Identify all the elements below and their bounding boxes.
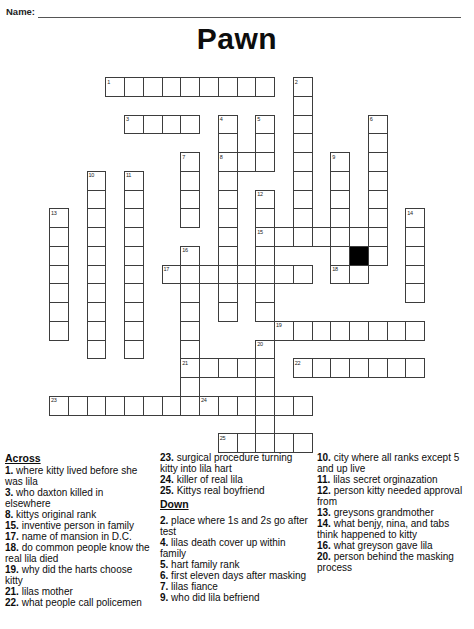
clue-down-14: 14. what benjy, nina, and tabs think hap… (317, 518, 471, 540)
clue-across-25: 25. Kittys real boyfriend (160, 485, 312, 496)
grid-cell[interactable]: 11 (124, 171, 144, 191)
grid-cell[interactable] (405, 321, 425, 341)
grid-cell[interactable] (255, 152, 275, 172)
grid-cell[interactable]: 3 (124, 115, 144, 135)
grid-cell[interactable] (312, 321, 332, 341)
clue-across-15: 15. inventive person in family (5, 520, 151, 531)
grid-cell[interactable] (293, 227, 313, 247)
grid-cell[interactable]: 5 (255, 115, 275, 135)
grid-cell[interactable]: 6 (368, 115, 388, 135)
grid-cell[interactable] (255, 302, 275, 322)
grid-cell[interactable]: 4 (218, 115, 238, 135)
grid-cell[interactable] (49, 302, 69, 322)
grid-cell[interactable] (87, 246, 107, 266)
grid-cell[interactable] (255, 377, 275, 397)
grid-cell[interactable] (237, 152, 257, 172)
grid-cell[interactable] (180, 396, 200, 416)
grid-cell[interactable] (180, 302, 200, 322)
grid-cell[interactable] (218, 265, 238, 285)
grid-cell[interactable]: 12 (255, 190, 275, 210)
grid-cell[interactable] (218, 208, 238, 228)
clue-across-22: 22. what people call policemen (5, 597, 151, 608)
grid-cell[interactable] (405, 358, 425, 378)
grid-cell[interactable]: 13 (49, 208, 69, 228)
grid-cell[interactable] (387, 358, 407, 378)
grid-cell[interactable] (255, 77, 275, 97)
grid-cell[interactable] (330, 227, 350, 247)
grid-cell[interactable] (49, 246, 69, 266)
grid-cell[interactable] (218, 246, 238, 266)
grid-cell[interactable] (368, 190, 388, 210)
grid-cell[interactable] (274, 396, 294, 416)
grid-cell[interactable]: 15 (255, 227, 275, 247)
cell-number: 21 (182, 360, 188, 366)
grid-cell[interactable]: 19 (274, 321, 294, 341)
grid-cell[interactable] (368, 133, 388, 153)
cell-number: 9 (332, 154, 335, 160)
grid-cell[interactable] (124, 340, 144, 360)
grid-cell[interactable] (255, 433, 275, 453)
grid-cell[interactable]: 24 (199, 396, 219, 416)
cell-number: 17 (164, 266, 170, 272)
clue-column-2: 23. surgical procedure turning kitty int… (160, 452, 312, 603)
clue-down-13: 13. greysons grandmother (317, 507, 471, 518)
grid-cell[interactable] (218, 227, 238, 247)
cell-number: 12 (257, 191, 263, 197)
clue-across-3: 3. who daxton killed in elsewhere (5, 487, 151, 509)
grid-cell[interactable] (87, 283, 107, 303)
cell-number: 14 (407, 210, 413, 216)
grid-cell[interactable] (387, 321, 407, 341)
grid-cell[interactable] (330, 171, 350, 191)
grid-cell[interactable] (124, 265, 144, 285)
crossword-grid: 1234567891011121314151617181920212223242… (49, 77, 426, 454)
clue-across-17: 17. name of mansion in D.C. (5, 531, 151, 542)
grid-cell[interactable] (293, 115, 313, 135)
grid-cell[interactable] (180, 190, 200, 210)
grid-cell[interactable] (87, 396, 107, 416)
grid-cell[interactable] (218, 283, 238, 303)
grid-cell[interactable] (312, 227, 332, 247)
grid-cell[interactable] (293, 265, 313, 285)
grid-cell[interactable] (124, 396, 144, 416)
grid-cell[interactable]: 2 (293, 77, 313, 97)
grid-cell[interactable] (124, 283, 144, 303)
grid-cell[interactable]: 22 (293, 358, 313, 378)
grid-cell[interactable] (293, 396, 313, 416)
grid-cell[interactable] (124, 302, 144, 322)
grid-cell[interactable] (293, 152, 313, 172)
clue-across-23: 23. surgical procedure turning kitty int… (160, 452, 312, 474)
grid-cell[interactable] (255, 358, 275, 378)
grid-cell[interactable] (143, 396, 163, 416)
grid-cell[interactable] (162, 396, 182, 416)
grid-cell[interactable]: 14 (405, 208, 425, 228)
cell-number: 20 (257, 341, 263, 347)
grid-cell[interactable] (237, 396, 257, 416)
grid-cell[interactable] (49, 321, 69, 341)
grid-cell[interactable] (199, 358, 219, 378)
grid-cell[interactable] (293, 190, 313, 210)
grid-cell[interactable] (143, 77, 163, 97)
clue-across-8: 8. kittys original rank (5, 509, 151, 520)
cell-number: 4 (220, 116, 223, 122)
grid-cell[interactable] (124, 190, 144, 210)
clue-across-1: 1. where kitty lived before she was lila (5, 465, 151, 487)
clue-down-20: 20. person behind the masking process (317, 551, 471, 573)
grid-cell[interactable] (255, 133, 275, 153)
grid-cell[interactable] (405, 265, 425, 285)
grid-cell[interactable]: 21 (180, 358, 200, 378)
grid-cell[interactable] (255, 246, 275, 266)
grid-cell[interactable]: 10 (87, 171, 107, 191)
grid-cell[interactable] (124, 208, 144, 228)
grid-cell[interactable] (143, 115, 163, 135)
grid-cell[interactable] (330, 208, 350, 228)
grid-cell[interactable] (180, 321, 200, 341)
grid-cell[interactable] (255, 208, 275, 228)
grid-cell[interactable] (293, 208, 313, 228)
grid-cell[interactable] (330, 321, 350, 341)
grid-cell[interactable] (87, 190, 107, 210)
grid-cell[interactable] (330, 358, 350, 378)
grid-cell[interactable] (49, 265, 69, 285)
grid-cell[interactable] (293, 133, 313, 153)
grid-cell[interactable] (274, 227, 294, 247)
cell-number: 22 (295, 360, 301, 366)
grid-cell[interactable] (405, 246, 425, 266)
grid-cell[interactable] (274, 265, 294, 285)
across-header: Across (5, 452, 151, 464)
grid-cell[interactable] (255, 396, 275, 416)
black-cell (349, 246, 369, 266)
clue-across-21: 21. lilas mother (5, 586, 151, 597)
grid-cell[interactable] (180, 283, 200, 303)
grid-cell[interactable] (68, 396, 88, 416)
grid-cell[interactable]: 7 (180, 152, 200, 172)
grid-cell[interactable]: 1 (105, 77, 125, 97)
grid-cell[interactable] (124, 227, 144, 247)
grid-cell[interactable] (237, 265, 257, 285)
cell-number: 18 (332, 266, 338, 272)
clue-down-6: 6. first eleven days after masking (160, 570, 312, 581)
clue-down-11: 11. lilas secret orginazation (317, 474, 471, 485)
grid-cell[interactable] (124, 246, 144, 266)
grid-cell[interactable]: 20 (255, 340, 275, 360)
clues-section: Across1. where kitty lived before she wa… (0, 452, 474, 629)
grid-cell[interactable] (349, 321, 369, 341)
grid-cell[interactable] (124, 321, 144, 341)
grid-cell[interactable] (180, 115, 200, 135)
cell-number: 23 (51, 397, 57, 403)
clue-down-16: 16. what greyson gave lila (317, 540, 471, 551)
grid-cell[interactable]: 8 (218, 152, 238, 172)
clue-down-5: 5. hart family rank (160, 559, 312, 570)
grid-cell[interactable] (105, 396, 125, 416)
grid-cell[interactable] (368, 246, 388, 266)
grid-cell[interactable] (87, 265, 107, 285)
grid-cell[interactable] (124, 77, 144, 97)
clue-column-3: 10. city where all ranks except 5 and up… (317, 452, 471, 573)
grid-cell[interactable] (218, 133, 238, 153)
cell-number: 15 (257, 229, 263, 235)
grid-cell[interactable] (330, 246, 350, 266)
grid-cell[interactable]: 17 (162, 265, 182, 285)
clue-across-24: 24. killer of real lila (160, 474, 312, 485)
cell-number: 24 (201, 397, 207, 403)
cell-number: 7 (182, 154, 185, 160)
grid-cell[interactable] (349, 227, 369, 247)
clue-down-4: 4. lilas death cover up within family (160, 537, 312, 559)
grid-cell[interactable] (218, 302, 238, 322)
cell-number: 3 (126, 116, 129, 122)
name-underline[interactable] (38, 3, 461, 18)
grid-cell[interactable] (218, 190, 238, 210)
grid-cell[interactable] (162, 115, 182, 135)
grid-cell[interactable] (293, 96, 313, 116)
grid-cell[interactable] (368, 171, 388, 191)
grid-cell[interactable] (255, 265, 275, 285)
grid-cell[interactable] (87, 227, 107, 247)
clue-down-12: 12. person kitty needed approval from (317, 485, 471, 507)
grid-cell[interactable] (405, 227, 425, 247)
grid-cell[interactable] (368, 321, 388, 341)
grid-cell[interactable]: 9 (330, 152, 350, 172)
grid-cell[interactable] (218, 396, 238, 416)
down-header: Down (160, 498, 312, 510)
grid-cell[interactable] (87, 321, 107, 341)
grid-cell[interactable] (49, 283, 69, 303)
puzzle-title: Pawn (0, 22, 474, 56)
grid-cell[interactable] (255, 283, 275, 303)
grid-cell[interactable] (368, 208, 388, 228)
grid-cell[interactable] (87, 208, 107, 228)
grid-cell[interactable] (162, 77, 182, 97)
grid-cell[interactable] (293, 433, 313, 453)
grid-cell[interactable] (199, 77, 219, 97)
cell-number: 10 (89, 172, 95, 178)
grid-cell[interactable] (87, 340, 107, 360)
clue-column-1: Across1. where kitty lived before she wa… (5, 452, 151, 608)
cell-number: 6 (370, 116, 373, 122)
grid-cell[interactable] (87, 302, 107, 322)
grid-cell[interactable] (218, 358, 238, 378)
cell-number: 11 (126, 172, 131, 178)
name-label: Name: (6, 6, 35, 17)
grid-cell[interactable] (237, 433, 257, 453)
grid-cell[interactable] (237, 77, 257, 97)
grid-cell[interactable] (274, 433, 294, 453)
cell-number: 19 (276, 322, 282, 328)
grid-cell[interactable] (180, 208, 200, 228)
grid-cell[interactable] (312, 358, 332, 378)
grid-cell[interactable] (49, 227, 69, 247)
grid-cell[interactable] (368, 152, 388, 172)
cell-number: 5 (257, 116, 260, 122)
grid-cell[interactable] (199, 265, 219, 285)
grid-cell[interactable]: 23 (49, 396, 69, 416)
grid-cell[interactable] (349, 265, 369, 285)
cell-number: 1 (107, 79, 110, 85)
crossword-page: { "game": "crossword", "header": { "name… (0, 0, 474, 629)
clue-down-10: 10. city where all ranks except 5 and up… (317, 452, 471, 474)
cell-number: 2 (295, 79, 298, 85)
grid-cell[interactable] (405, 283, 425, 303)
cell-number: 16 (182, 247, 188, 253)
grid-cell[interactable]: 25 (218, 433, 238, 453)
grid-cell[interactable] (237, 358, 257, 378)
grid-cell[interactable] (218, 171, 238, 191)
clue-down-9: 9. who did lila befriend (160, 592, 312, 603)
grid-cell[interactable]: 18 (330, 265, 350, 285)
clue-across-18: 18. do common people know the real lila … (5, 542, 151, 564)
clue-down-2: 2. place where 1s and 2s go after test (160, 515, 312, 537)
grid-cell[interactable] (368, 227, 388, 247)
clue-down-7: 7. lilas fiance (160, 581, 312, 592)
grid-cell[interactable] (180, 77, 200, 97)
grid-cell[interactable] (368, 358, 388, 378)
grid-cell[interactable] (180, 265, 200, 285)
clue-across-19: 19. why did the harts choose kitty (5, 564, 151, 586)
cell-number: 8 (220, 154, 223, 160)
cell-number: 25 (220, 435, 226, 441)
grid-cell[interactable] (255, 415, 275, 435)
grid-cell[interactable] (293, 321, 313, 341)
grid-cell[interactable] (180, 377, 200, 397)
grid-cell[interactable]: 16 (180, 246, 200, 266)
grid-cell[interactable] (180, 340, 200, 360)
grid-cell[interactable] (349, 358, 369, 378)
grid-cell[interactable] (330, 190, 350, 210)
grid-cell[interactable] (180, 171, 200, 191)
grid-cell[interactable] (218, 77, 238, 97)
grid-cell[interactable] (293, 171, 313, 191)
cell-number: 13 (51, 210, 57, 216)
